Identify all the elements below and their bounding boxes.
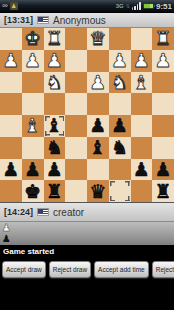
black-pawn-piece[interactable]: ♟ <box>155 160 172 179</box>
status-bar-left: ∞ ♟ <box>2 2 114 10</box>
square-a5[interactable] <box>152 115 174 137</box>
square-h4[interactable] <box>0 93 22 115</box>
black-pawn-piece[interactable]: ♟ <box>111 116 128 135</box>
empty-area <box>0 280 174 310</box>
square-b8[interactable] <box>131 180 153 202</box>
black-knight-piece[interactable]: ♞ <box>46 138 63 157</box>
square-d2[interactable] <box>87 50 109 72</box>
square-e2[interactable] <box>65 50 87 72</box>
opponent-clock: [13:31] <box>4 15 33 25</box>
black-king-piece[interactable]: ♚ <box>24 182 41 201</box>
square-g4[interactable] <box>22 93 44 115</box>
white-pawn-piece[interactable]: ♟ <box>89 73 106 92</box>
square-c8[interactable] <box>109 180 131 202</box>
black-rook-piece[interactable]: ♜ <box>155 182 172 201</box>
square-d7[interactable] <box>87 159 109 181</box>
black-pawn-piece[interactable]: ♟ <box>24 160 41 179</box>
square-c3[interactable]: ♞ <box>109 72 131 94</box>
white-pawn-piece[interactable]: ♟ <box>46 51 63 70</box>
square-e3[interactable] <box>65 72 87 94</box>
square-g6[interactable] <box>22 137 44 159</box>
square-b4[interactable] <box>131 93 153 115</box>
black-rook-piece[interactable]: ♜ <box>46 182 63 201</box>
white-pawn-piece[interactable]: ♟ <box>2 51 19 70</box>
square-f6[interactable]: ♞ <box>44 137 66 159</box>
square-b1[interactable] <box>131 28 153 50</box>
square-h7[interactable]: ♟ <box>0 159 22 181</box>
square-a4[interactable] <box>152 93 174 115</box>
last-move-highlight <box>110 181 130 201</box>
square-c2[interactable]: ♟ <box>109 50 131 72</box>
us-flag-icon <box>37 16 49 24</box>
white-rook-piece[interactable]: ♜ <box>46 29 63 48</box>
square-h5[interactable] <box>0 115 22 137</box>
game-status-message: Game started <box>0 245 174 258</box>
square-h3[interactable] <box>0 72 22 94</box>
black-bishop-piece[interactable]: ♝ <box>89 138 106 157</box>
square-e6[interactable] <box>65 137 87 159</box>
square-g3[interactable] <box>22 72 44 94</box>
square-g2[interactable]: ♟ <box>22 50 44 72</box>
captured-pieces-tray: ♟♟ <box>0 222 174 245</box>
white-rook-piece[interactable]: ♜ <box>155 29 172 48</box>
square-d8[interactable]: ♛ <box>87 180 109 202</box>
square-a3[interactable] <box>152 72 174 94</box>
app-screen: ∞ ♟ 3G ⇅ 9:51 [13:31] Anonymous ♚♜♛♜♟♟♟♟… <box>0 0 174 310</box>
square-g5[interactable]: ♝ <box>22 115 44 137</box>
square-e8[interactable] <box>65 180 87 202</box>
player-info-bar: [14:24] creator <box>0 202 174 222</box>
white-bishop-piece[interactable]: ♝ <box>133 73 150 92</box>
network-type-label: 3G <box>116 3 124 9</box>
square-b2[interactable]: ♟ <box>131 50 153 72</box>
player-clock: [14:24] <box>4 207 33 217</box>
status-bar-right: 3G ⇅ 9:51 <box>116 2 172 11</box>
square-f2[interactable]: ♟ <box>44 50 66 72</box>
white-bishop-piece[interactable]: ♝ <box>24 116 41 135</box>
white-knight-piece[interactable]: ♞ <box>46 73 63 92</box>
signal-strength-icon <box>132 2 141 10</box>
square-b7[interactable]: ♟ <box>131 159 153 181</box>
square-d3[interactable]: ♟ <box>87 72 109 94</box>
square-f1[interactable]: ♜ <box>44 28 66 50</box>
square-h1[interactable] <box>0 28 22 50</box>
square-d1[interactable]: ♛ <box>87 28 109 50</box>
game-status-text: Game started <box>3 247 54 256</box>
square-b5[interactable] <box>131 115 153 137</box>
white-king-piece[interactable]: ♚ <box>24 29 41 48</box>
captured-row-1: ♟ <box>0 222 174 234</box>
status-bar-clock: 9:51 <box>156 2 172 11</box>
square-c7[interactable] <box>109 159 131 181</box>
black-pawn-piece[interactable]: ♟ <box>2 160 19 179</box>
player-name: creator <box>53 207 84 218</box>
square-e5[interactable] <box>65 115 87 137</box>
white-pawn-piece[interactable]: ♟ <box>111 51 128 70</box>
square-g7[interactable]: ♟ <box>22 159 44 181</box>
android-status-bar: ∞ ♟ 3G ⇅ 9:51 <box>0 0 174 13</box>
captured-row-2: ♟ <box>0 234 174 246</box>
reject-add-time-button[interactable]: Reject add time <box>152 261 174 278</box>
white-captured-pawn-icon: ♟ <box>2 223 11 233</box>
square-e4[interactable] <box>65 93 87 115</box>
square-c5[interactable]: ♟ <box>109 115 131 137</box>
square-d5[interactable]: ♟ <box>87 115 109 137</box>
square-a1[interactable]: ♜ <box>152 28 174 50</box>
square-d6[interactable]: ♝ <box>87 137 109 159</box>
square-a6[interactable] <box>152 137 174 159</box>
black-captured-pawn-icon: ♟ <box>2 234 11 244</box>
square-f7[interactable]: ♟ <box>44 159 66 181</box>
square-b6[interactable] <box>131 137 153 159</box>
square-g8[interactable]: ♚ <box>22 180 44 202</box>
chess-board: ♚♜♛♜♟♟♟♟♟♟♞♟♞♝♝♝♟♟♞♝♞♟♟♟♟♟♚♜♛♜ <box>0 28 174 202</box>
square-b3[interactable]: ♝ <box>131 72 153 94</box>
black-pawn-piece[interactable]: ♟ <box>89 116 106 135</box>
white-queen-piece[interactable]: ♛ <box>89 29 106 48</box>
square-a2[interactable]: ♟ <box>152 50 174 72</box>
white-knight-piece[interactable]: ♞ <box>111 73 128 92</box>
square-f5[interactable]: ♝ <box>44 115 66 137</box>
square-f4[interactable] <box>44 93 66 115</box>
opponent-name: Anonymous <box>53 15 106 26</box>
square-e7[interactable] <box>65 159 87 181</box>
app-notification-icon: ♟ <box>10 2 18 10</box>
square-d4[interactable] <box>87 93 109 115</box>
black-pawn-piece[interactable]: ♟ <box>46 160 63 179</box>
action-button-row: Accept drawReject drawAccept add timeRej… <box>0 258 174 280</box>
square-h2[interactable]: ♟ <box>0 50 22 72</box>
square-c4[interactable] <box>109 93 131 115</box>
square-h8[interactable] <box>0 180 22 202</box>
opponent-info-bar: [13:31] Anonymous <box>0 13 174 28</box>
square-e1[interactable] <box>65 28 87 50</box>
white-pawn-piece[interactable]: ♟ <box>24 51 41 70</box>
square-c1[interactable] <box>109 28 131 50</box>
accept-draw-button[interactable]: Accept draw <box>2 261 46 278</box>
accept-add-time-button[interactable]: Accept add time <box>94 261 149 278</box>
square-c6[interactable]: ♞ <box>109 137 131 159</box>
square-h6[interactable] <box>0 137 22 159</box>
white-pawn-piece[interactable]: ♟ <box>155 51 172 70</box>
square-a8[interactable]: ♜ <box>152 180 174 202</box>
black-pawn-piece[interactable]: ♟ <box>133 160 150 179</box>
square-g1[interactable]: ♚ <box>22 28 44 50</box>
square-a7[interactable]: ♟ <box>152 159 174 181</box>
us-flag-icon <box>37 208 49 216</box>
battery-icon <box>143 3 154 9</box>
reject-draw-button[interactable]: Reject draw <box>49 261 91 278</box>
square-f3[interactable]: ♞ <box>44 72 66 94</box>
black-bishop-piece[interactable]: ♝ <box>46 116 63 135</box>
black-knight-piece[interactable]: ♞ <box>111 138 128 157</box>
usb-link-icon: ∞ <box>2 2 8 10</box>
square-f8[interactable]: ♜ <box>44 180 66 202</box>
white-pawn-piece[interactable]: ♟ <box>133 51 150 70</box>
black-queen-piece[interactable]: ♛ <box>89 182 106 201</box>
data-arrows-icon: ⇅ <box>126 4 130 9</box>
